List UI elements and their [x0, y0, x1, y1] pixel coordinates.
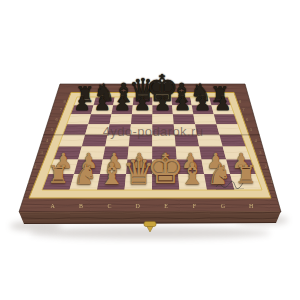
rank-label-right-2: 2 — [265, 164, 267, 169]
piece-white-bishop-c1[interactable]: ♝ — [99, 159, 126, 189]
square-e6[interactable] — [152, 114, 173, 124]
rank-label-left-1: 1 — [28, 179, 30, 184]
file-label-d: D — [136, 203, 141, 209]
piece-black-pawn-b7[interactable]: ♟ — [94, 95, 111, 114]
file-label-b: B — [79, 203, 83, 209]
square-b6[interactable] — [88, 114, 111, 124]
file-label-h: H — [249, 203, 254, 209]
rank-label-right-1: 1 — [271, 179, 273, 184]
piece-black-pawn-a7[interactable]: ♟ — [74, 95, 91, 114]
file-label-a: A — [51, 203, 56, 209]
piece-white-rook-h1[interactable]: ♜ — [235, 163, 257, 188]
piece-white-bishop-f1[interactable]: ♝ — [179, 159, 206, 189]
piece-black-pawn-e7[interactable]: ♟ — [154, 95, 171, 114]
piece-white-knight-b1[interactable]: ♞ — [73, 160, 98, 188]
chess-set-photo: ABCDEFGHABCDEFGH1122334455667788 ♜♞♝♛♚♝♞… — [0, 0, 300, 300]
piece-black-pawn-h7[interactable]: ♟ — [214, 95, 231, 114]
piece-white-rook-a1[interactable]: ♜ — [47, 163, 69, 188]
piece-black-pawn-c7[interactable]: ♟ — [114, 95, 131, 114]
rank-label-left-2: 2 — [34, 164, 36, 169]
square-h6[interactable] — [214, 114, 238, 124]
square-d6[interactable] — [131, 114, 152, 124]
file-label-c: C — [107, 203, 111, 209]
brass-clasp[interactable] — [144, 222, 156, 227]
square-f6[interactable] — [173, 114, 195, 124]
piece-black-pawn-g7[interactable]: ♟ — [194, 95, 211, 114]
piece-white-knight-g1[interactable]: ♞ — [207, 160, 232, 188]
piece-black-pawn-f7[interactable]: ♟ — [174, 95, 191, 114]
file-label-e: E — [164, 203, 168, 209]
square-g6[interactable] — [193, 114, 216, 124]
piece-black-pawn-d7[interactable]: ♟ — [134, 95, 151, 114]
file-label-g: G — [221, 203, 226, 209]
square-a6[interactable] — [67, 114, 91, 124]
square-c6[interactable] — [110, 114, 132, 124]
watermark: 4ydo-podarok.ru — [103, 124, 204, 139]
